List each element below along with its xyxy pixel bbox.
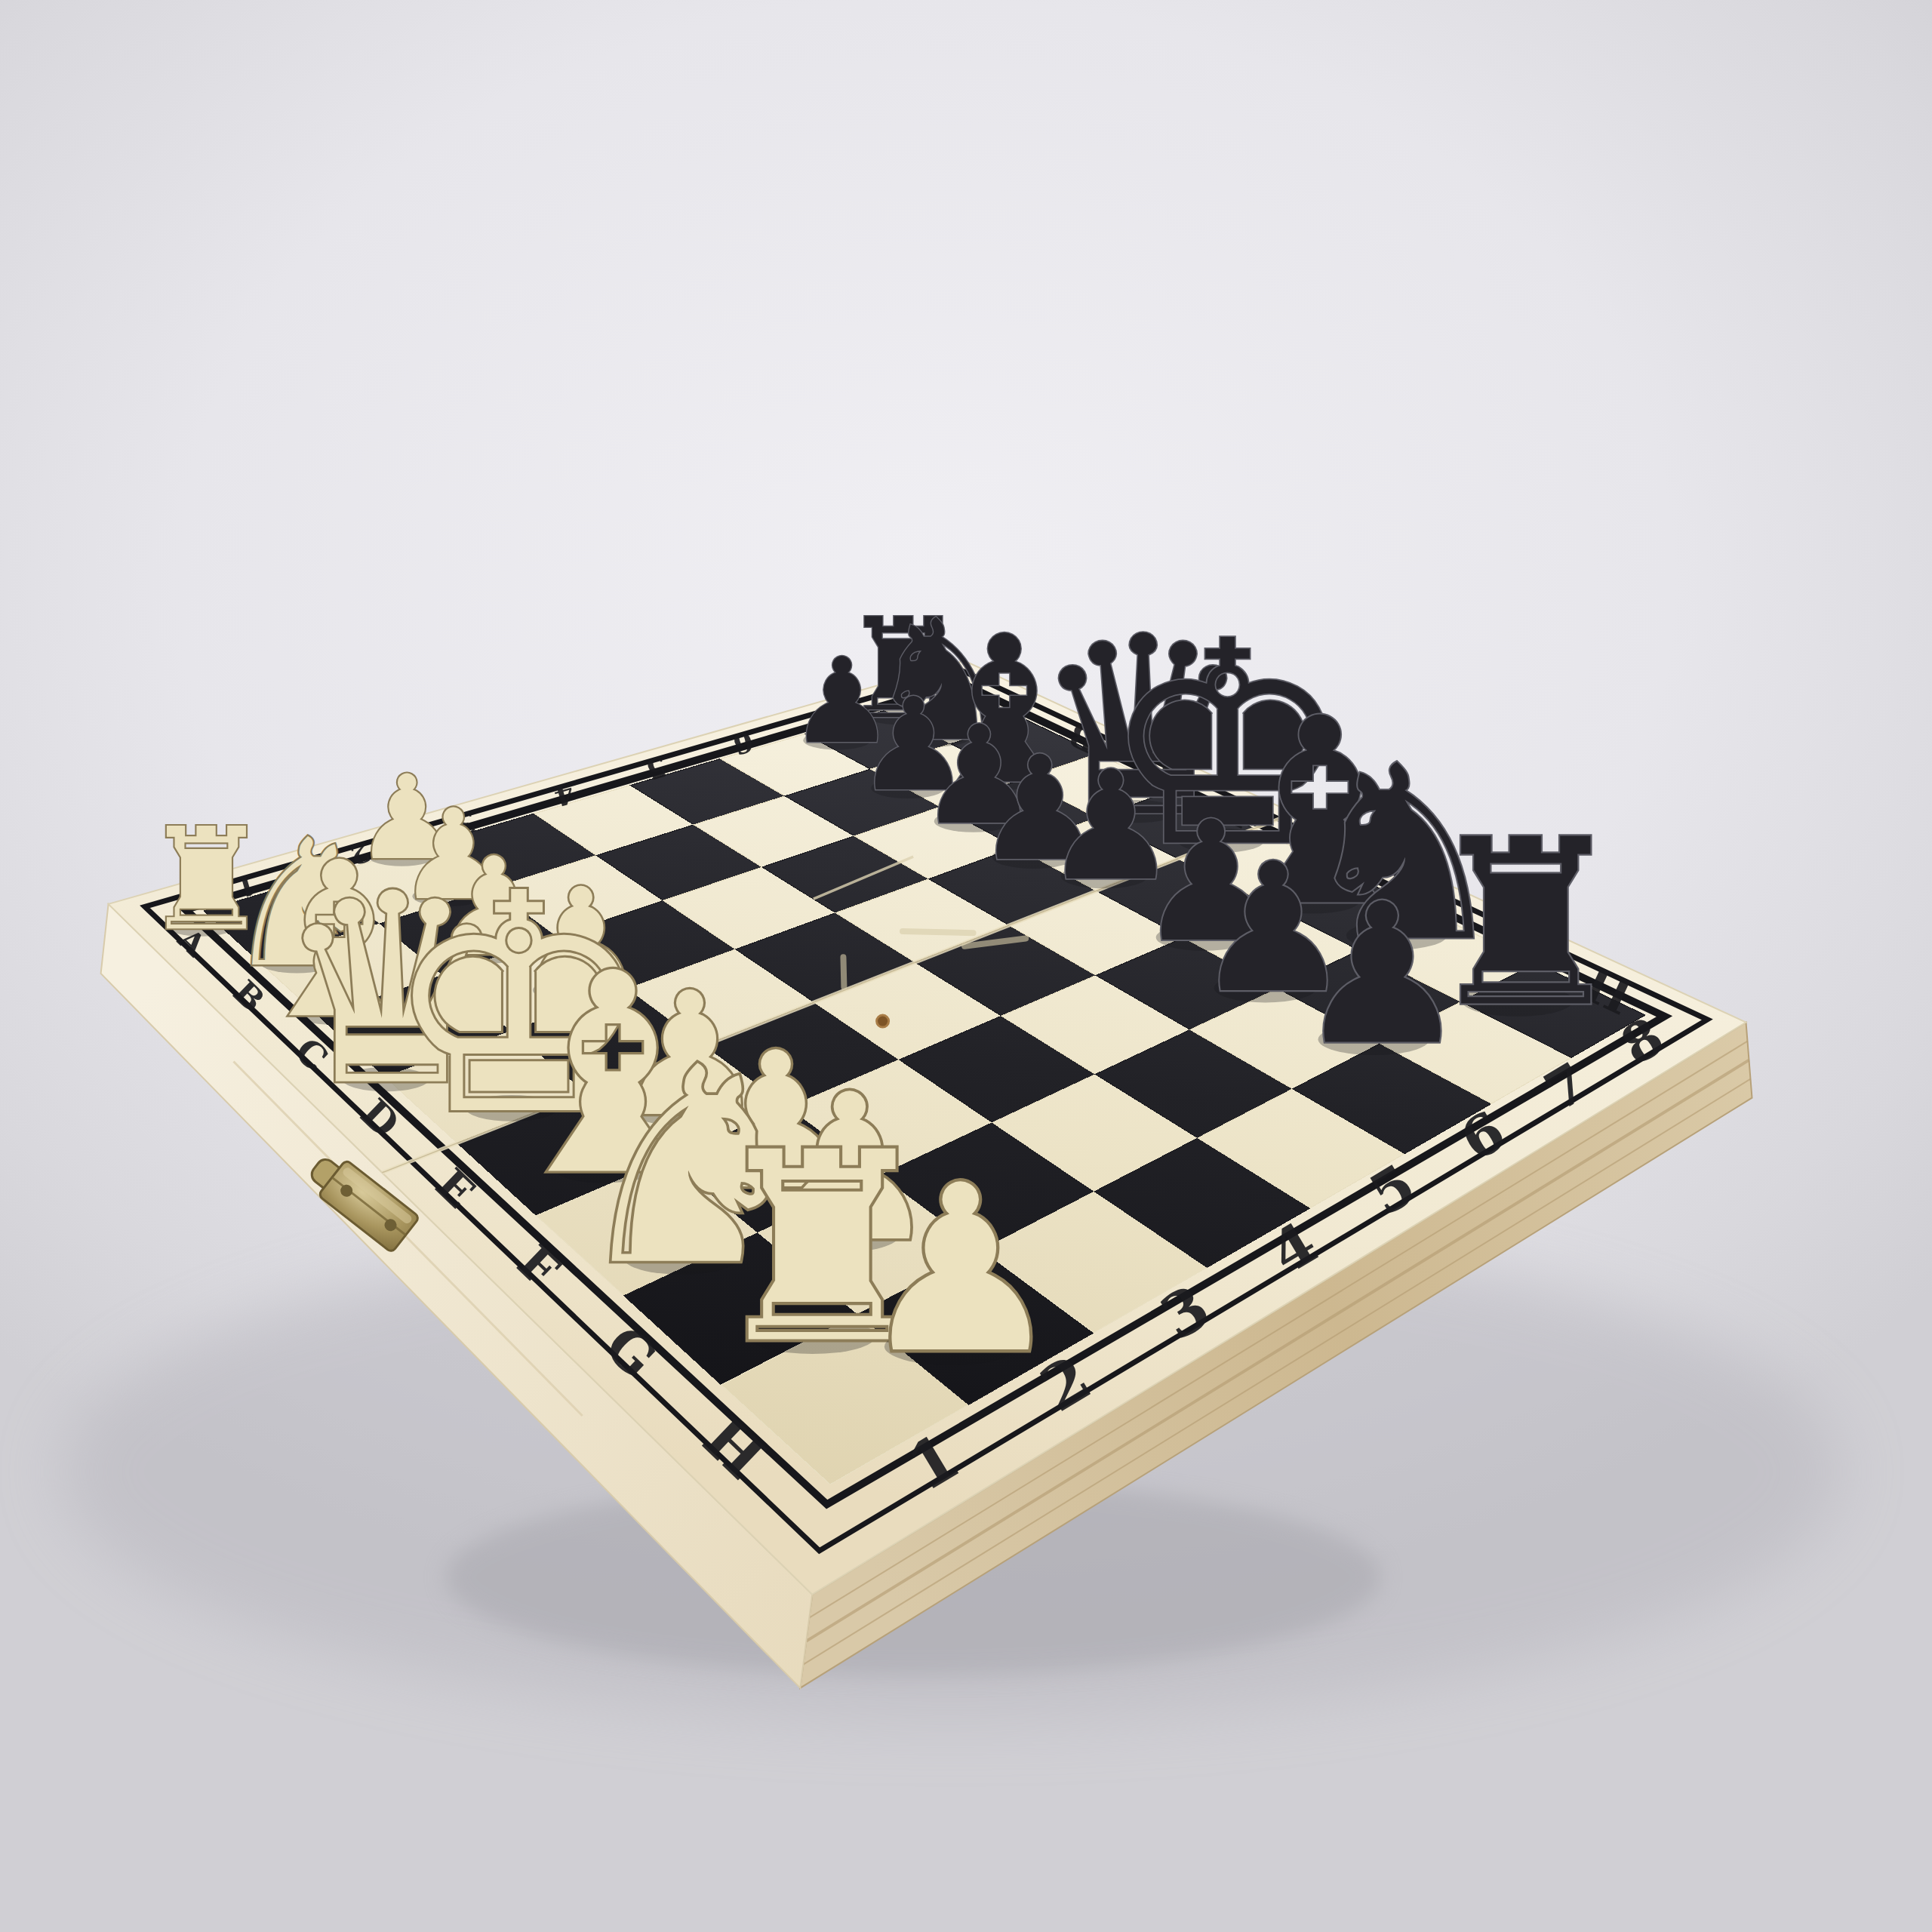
- wood-knot: [877, 1015, 889, 1027]
- paint-scuff: [903, 931, 974, 933]
- chess-set-photo: AABBCCDDEEFFGGHH1122334455667788 ♜♞♟♝♟♛♟…: [0, 0, 1932, 1932]
- piece-white-pawn-h2[interactable]: ♟: [857, 1136, 1063, 1404]
- photo-scene: AABBCCDDEEFFGGHH1122334455667788 ♜♞♟♝♟♛♟…: [0, 0, 1932, 1932]
- piece-black-pawn-h7[interactable]: ♟: [1295, 861, 1469, 1088]
- white-pawn-icon: ♟: [857, 1136, 1063, 1404]
- paint-scuff: [843, 957, 844, 987]
- black-pawn-icon: ♟: [1295, 861, 1469, 1088]
